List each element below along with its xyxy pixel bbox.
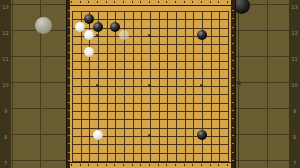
black-stone-D17	[93, 22, 103, 32]
bg-row-label: 12	[289, 30, 300, 36]
hoshi-point	[148, 84, 151, 87]
white-stone-B17	[75, 22, 85, 32]
bg-row-labels-right: 13121110987	[289, 0, 300, 168]
go-board[interactable]	[66, 0, 236, 168]
go-grid[interactable]	[72, 11, 229, 162]
bg-row-label: 10	[0, 82, 11, 88]
black-stone-Q4	[197, 130, 207, 140]
hoshi-point	[148, 34, 151, 37]
ghost-stone-preview-G16[interactable]	[119, 30, 129, 40]
hoshi-point	[96, 34, 99, 37]
bg-row-label: 13	[0, 4, 11, 10]
black-stone-F17	[110, 22, 120, 32]
bg-row-label: 7	[289, 160, 300, 166]
white-stone-C14	[84, 47, 94, 57]
left-coordinate-ticks	[68, 10, 70, 162]
hoshi-point	[148, 134, 151, 137]
bg-row-label: 7	[0, 160, 11, 166]
background-white-stone	[35, 17, 52, 34]
board-top-edge	[67, 5, 235, 6]
bg-row-label: 10	[289, 82, 300, 88]
bg-row-label: 9	[289, 108, 300, 114]
bg-row-label: 11	[289, 56, 300, 62]
black-stone-Q16	[197, 30, 207, 40]
bg-row-label: 9	[0, 108, 11, 114]
top-coordinate-ticks	[71, 1, 229, 3]
black-stone-C18	[84, 14, 94, 24]
bg-row-label: 12	[0, 30, 11, 36]
background-hoshi-point	[237, 81, 241, 85]
bg-row-label: 8	[289, 134, 300, 140]
bottom-coordinate-ticks	[71, 164, 229, 166]
white-stone-C16	[84, 30, 94, 40]
right-coordinate-ticks	[232, 10, 234, 162]
bg-row-label: 11	[0, 56, 11, 62]
bg-row-label: 8	[0, 134, 11, 140]
board-right-edge	[231, 0, 235, 168]
bg-row-label: 13	[289, 4, 300, 10]
board-left-edge	[67, 0, 70, 168]
screen: 13121110987 13121110987	[0, 0, 300, 168]
board-bottom-edge	[67, 162, 235, 163]
hoshi-point	[200, 84, 203, 87]
white-stone-D4	[93, 130, 103, 140]
hoshi-point	[96, 84, 99, 87]
bg-row-labels-left: 13121110987	[0, 0, 11, 168]
